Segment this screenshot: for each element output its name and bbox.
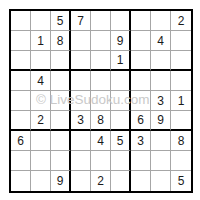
cell-r9c5[interactable]: 2 bbox=[91, 171, 111, 191]
cell-r8c6[interactable] bbox=[111, 151, 131, 171]
sudoku-page: 572189414312386964538925 © LiveSudoku.co… bbox=[0, 0, 200, 200]
cell-r7c3[interactable] bbox=[51, 131, 71, 151]
cell-r3c8[interactable] bbox=[151, 51, 171, 71]
cell-r4c9[interactable] bbox=[171, 71, 191, 91]
cell-r4c3[interactable] bbox=[51, 71, 71, 91]
cell-r4c8[interactable] bbox=[151, 71, 171, 91]
cell-r4c6[interactable] bbox=[111, 71, 131, 91]
cell-r2c4[interactable] bbox=[71, 31, 91, 51]
cell-r1c5[interactable] bbox=[91, 11, 111, 31]
cell-r5c8[interactable]: 3 bbox=[151, 91, 171, 111]
cell-r3c5[interactable] bbox=[91, 51, 111, 71]
cell-r3c2[interactable] bbox=[31, 51, 51, 71]
cell-r9c9[interactable]: 5 bbox=[171, 171, 191, 191]
cell-r1c1[interactable] bbox=[11, 11, 31, 31]
cell-r7c9[interactable]: 8 bbox=[171, 131, 191, 151]
cell-r9c7[interactable] bbox=[131, 171, 151, 191]
cell-r9c2[interactable] bbox=[31, 171, 51, 191]
cell-r9c1[interactable] bbox=[11, 171, 31, 191]
cell-r6c3[interactable] bbox=[51, 111, 71, 131]
cell-r8c5[interactable] bbox=[91, 151, 111, 171]
cell-r8c4[interactable] bbox=[71, 151, 91, 171]
cell-r4c2[interactable]: 4 bbox=[31, 71, 51, 91]
cell-r7c5[interactable]: 4 bbox=[91, 131, 111, 151]
cell-r4c1[interactable] bbox=[11, 71, 31, 91]
cell-r2c9[interactable] bbox=[171, 31, 191, 51]
cell-r5c4[interactable] bbox=[71, 91, 91, 111]
cell-r3c1[interactable] bbox=[11, 51, 31, 71]
cell-r8c9[interactable] bbox=[171, 151, 191, 171]
cell-r8c3[interactable] bbox=[51, 151, 71, 171]
cell-r1c8[interactable] bbox=[151, 11, 171, 31]
cell-r9c4[interactable] bbox=[71, 171, 91, 191]
cell-r6c9[interactable] bbox=[171, 111, 191, 131]
cell-r2c6[interactable]: 9 bbox=[111, 31, 131, 51]
cell-r6c2[interactable]: 2 bbox=[31, 111, 51, 131]
cell-r7c8[interactable] bbox=[151, 131, 171, 151]
sudoku-board: 572189414312386964538925 bbox=[9, 9, 193, 193]
cell-r9c8[interactable] bbox=[151, 171, 171, 191]
cell-r4c7[interactable] bbox=[131, 71, 151, 91]
cell-r7c6[interactable]: 5 bbox=[111, 131, 131, 151]
cell-r8c1[interactable] bbox=[11, 151, 31, 171]
cell-r3c7[interactable] bbox=[131, 51, 151, 71]
cell-r4c5[interactable] bbox=[91, 71, 111, 91]
cell-r8c7[interactable] bbox=[131, 151, 151, 171]
cell-r6c7[interactable]: 6 bbox=[131, 111, 151, 131]
cell-r1c2[interactable] bbox=[31, 11, 51, 31]
cell-r5c2[interactable] bbox=[31, 91, 51, 111]
cell-r8c8[interactable] bbox=[151, 151, 171, 171]
cell-r2c8[interactable]: 4 bbox=[151, 31, 171, 51]
cell-r6c1[interactable] bbox=[11, 111, 31, 131]
cell-r2c3[interactable]: 8 bbox=[51, 31, 71, 51]
cell-r7c4[interactable] bbox=[71, 131, 91, 151]
cell-r2c1[interactable] bbox=[11, 31, 31, 51]
cell-r3c9[interactable] bbox=[171, 51, 191, 71]
cell-r6c4[interactable]: 3 bbox=[71, 111, 91, 131]
cell-r1c7[interactable] bbox=[131, 11, 151, 31]
cell-r5c7[interactable] bbox=[131, 91, 151, 111]
cell-r3c6[interactable]: 1 bbox=[111, 51, 131, 71]
cell-r8c2[interactable] bbox=[31, 151, 51, 171]
cell-r1c9[interactable]: 2 bbox=[171, 11, 191, 31]
cell-r7c2[interactable] bbox=[31, 131, 51, 151]
cell-r7c1[interactable]: 6 bbox=[11, 131, 31, 151]
cell-r5c9[interactable]: 1 bbox=[171, 91, 191, 111]
cell-r1c4[interactable]: 7 bbox=[71, 11, 91, 31]
cell-r5c5[interactable] bbox=[91, 91, 111, 111]
cell-r7c7[interactable]: 3 bbox=[131, 131, 151, 151]
cell-r3c4[interactable] bbox=[71, 51, 91, 71]
cell-r6c8[interactable]: 9 bbox=[151, 111, 171, 131]
cell-r6c6[interactable] bbox=[111, 111, 131, 131]
cell-r9c3[interactable]: 9 bbox=[51, 171, 71, 191]
cell-r2c7[interactable] bbox=[131, 31, 151, 51]
cell-r2c2[interactable]: 1 bbox=[31, 31, 51, 51]
cell-r6c5[interactable]: 8 bbox=[91, 111, 111, 131]
cell-r5c3[interactable] bbox=[51, 91, 71, 111]
cell-r5c6[interactable] bbox=[111, 91, 131, 111]
cell-r3c3[interactable] bbox=[51, 51, 71, 71]
cell-r1c3[interactable]: 5 bbox=[51, 11, 71, 31]
cell-r9c6[interactable] bbox=[111, 171, 131, 191]
cell-r4c4[interactable] bbox=[71, 71, 91, 91]
cell-r2c5[interactable] bbox=[91, 31, 111, 51]
cell-r1c6[interactable] bbox=[111, 11, 131, 31]
cell-r5c1[interactable] bbox=[11, 91, 31, 111]
